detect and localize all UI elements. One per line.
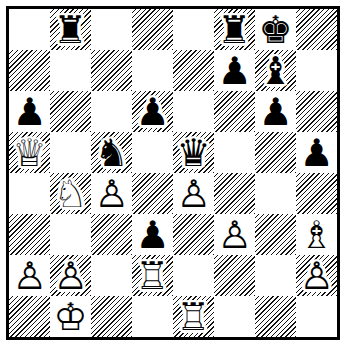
square-a6[interactable]: ♟ [9,91,50,132]
square-c8[interactable] [91,9,132,50]
black-pawn-glyph: ♟ [132,214,173,255]
white-king-outline: ♔ [50,296,91,337]
square-c7[interactable] [91,50,132,91]
square-h2[interactable]: ♟♙ [296,255,337,296]
square-c1[interactable] [91,296,132,337]
square-h7[interactable] [296,50,337,91]
white-pawn[interactable]: ♟♙ [9,255,50,296]
square-d6[interactable]: ♟ [132,91,173,132]
square-d4[interactable] [132,173,173,214]
square-h1[interactable] [296,296,337,337]
square-f3[interactable]: ♟♙ [214,214,255,255]
square-c3[interactable] [91,214,132,255]
square-a1[interactable] [9,296,50,337]
white-pawn[interactable]: ♟♙ [214,214,255,255]
square-f1[interactable] [214,296,255,337]
square-d5[interactable] [132,132,173,173]
square-f5[interactable] [214,132,255,173]
square-f7[interactable]: ♟ [214,50,255,91]
black-queen[interactable]: ♛ [173,132,214,173]
white-pawn-outline: ♙ [296,255,337,296]
square-a5[interactable]: ♛♕ [9,132,50,173]
black-pawn-glyph: ♟ [214,50,255,91]
black-rook[interactable]: ♜ [50,9,91,50]
white-pawn-outline: ♙ [91,173,132,214]
square-e5[interactable]: ♛ [173,132,214,173]
square-c2[interactable] [91,255,132,296]
black-pawn-glyph: ♟ [255,91,296,132]
square-c6[interactable] [91,91,132,132]
square-f8[interactable]: ♜ [214,9,255,50]
white-pawn[interactable]: ♟♙ [91,173,132,214]
board-frame: ♜♜♚♟♝♟♟♟♛♕♞♛♟♞♘♟♙♟♙♟♟♙♝♗♟♙♟♙♜♖♟♙♚♔♜♖ [6,6,340,340]
square-a2[interactable]: ♟♙ [9,255,50,296]
black-pawn[interactable]: ♟ [132,214,173,255]
white-rook[interactable]: ♜♖ [132,255,173,296]
white-pawn-outline: ♙ [214,214,255,255]
square-g1[interactable] [255,296,296,337]
black-rook-glyph: ♜ [50,9,91,50]
white-bishop[interactable]: ♝♗ [296,214,337,255]
white-king[interactable]: ♚♔ [50,296,91,337]
square-b2[interactable]: ♟♙ [50,255,91,296]
white-rook-outline: ♖ [132,255,173,296]
black-king[interactable]: ♚ [255,9,296,50]
white-knight[interactable]: ♞♘ [50,173,91,214]
square-c4[interactable]: ♟♙ [91,173,132,214]
white-pawn[interactable]: ♟♙ [50,255,91,296]
square-g2[interactable] [255,255,296,296]
black-knight[interactable]: ♞ [91,132,132,173]
square-f2[interactable] [214,255,255,296]
black-rook-glyph: ♜ [214,9,255,50]
square-g8[interactable]: ♚ [255,9,296,50]
black-pawn-glyph: ♟ [9,91,50,132]
black-pawn[interactable]: ♟ [296,132,337,173]
black-bishop-glyph: ♝ [255,50,296,91]
square-e4[interactable]: ♟♙ [173,173,214,214]
square-h8[interactable] [296,9,337,50]
square-a7[interactable] [9,50,50,91]
square-g5[interactable] [255,132,296,173]
white-pawn[interactable]: ♟♙ [173,173,214,214]
square-g6[interactable]: ♟ [255,91,296,132]
black-rook[interactable]: ♜ [214,9,255,50]
square-f4[interactable] [214,173,255,214]
black-pawn[interactable]: ♟ [214,50,255,91]
black-pawn[interactable]: ♟ [132,91,173,132]
white-rook[interactable]: ♜♖ [173,296,214,337]
white-knight-outline: ♘ [50,173,91,214]
square-b3[interactable] [50,214,91,255]
square-b6[interactable] [50,91,91,132]
white-rook-outline: ♖ [173,296,214,337]
square-a4[interactable] [9,173,50,214]
white-pawn-outline: ♙ [9,255,50,296]
square-b5[interactable] [50,132,91,173]
white-bishop-outline: ♗ [296,214,337,255]
square-h6[interactable] [296,91,337,132]
square-a3[interactable] [9,214,50,255]
square-d2[interactable]: ♜♖ [132,255,173,296]
black-pawn-glyph: ♟ [132,91,173,132]
white-pawn-outline: ♙ [173,173,214,214]
square-d7[interactable] [132,50,173,91]
square-f6[interactable] [214,91,255,132]
black-knight-glyph: ♞ [91,132,132,173]
black-pawn-glyph: ♟ [296,132,337,173]
square-e7[interactable] [173,50,214,91]
square-b4[interactable]: ♞♘ [50,173,91,214]
white-pawn-outline: ♙ [50,255,91,296]
black-pawn[interactable]: ♟ [9,91,50,132]
black-bishop[interactable]: ♝ [255,50,296,91]
square-d3[interactable]: ♟ [132,214,173,255]
square-c5[interactable]: ♞ [91,132,132,173]
square-b1[interactable]: ♚♔ [50,296,91,337]
square-d1[interactable] [132,296,173,337]
black-queen-glyph: ♛ [173,132,214,173]
square-b8[interactable]: ♜ [50,9,91,50]
black-king-glyph: ♚ [255,9,296,50]
square-h4[interactable] [296,173,337,214]
square-e8[interactable] [173,9,214,50]
square-e6[interactable] [173,91,214,132]
white-queen[interactable]: ♛♕ [9,132,50,173]
black-pawn[interactable]: ♟ [255,91,296,132]
square-e3[interactable] [173,214,214,255]
square-h5[interactable]: ♟ [296,132,337,173]
white-queen-outline: ♕ [9,132,50,173]
white-pawn[interactable]: ♟♙ [296,255,337,296]
square-e2[interactable] [173,255,214,296]
square-a8[interactable] [9,9,50,50]
chess-board: ♜♜♚♟♝♟♟♟♛♕♞♛♟♞♘♟♙♟♙♟♟♙♝♗♟♙♟♙♜♖♟♙♚♔♜♖ [9,9,337,337]
square-h3[interactable]: ♝♗ [296,214,337,255]
square-b7[interactable] [50,50,91,91]
square-d8[interactable] [132,9,173,50]
square-e1[interactable]: ♜♖ [173,296,214,337]
square-g7[interactable]: ♝ [255,50,296,91]
square-g4[interactable] [255,173,296,214]
square-g3[interactable] [255,214,296,255]
